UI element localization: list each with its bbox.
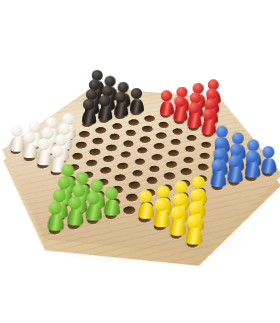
peg-head: [231, 132, 243, 144]
peg-body: [97, 106, 111, 120]
peg-head: [191, 188, 204, 201]
peg-head: [90, 179, 103, 192]
peg-body: [244, 163, 259, 178]
peg-head: [161, 90, 172, 101]
peg-blue[interactable]: [227, 155, 243, 183]
peg-body: [137, 203, 153, 219]
peg-yellow[interactable]: [185, 215, 203, 245]
peg-head: [189, 201, 202, 214]
peg-body: [114, 103, 128, 117]
peg-head: [215, 137, 227, 149]
peg-body: [47, 215, 63, 231]
board-plane: [0, 54, 280, 313]
peg-head: [87, 192, 100, 205]
peg-head: [216, 126, 228, 138]
peg-black[interactable]: [129, 88, 144, 113]
peg-body: [173, 107, 187, 121]
peg-yellow[interactable]: [137, 190, 154, 219]
peg-head: [187, 215, 200, 228]
peg-black[interactable]: [81, 99, 96, 125]
peg-head: [37, 138, 49, 150]
peg-blue[interactable]: [244, 151, 260, 179]
peg-body: [227, 167, 242, 182]
peg-head: [61, 164, 73, 176]
peg-head: [171, 206, 184, 219]
peg-yellow[interactable]: [168, 206, 186, 236]
peg-body: [104, 200, 120, 216]
peg-head: [51, 145, 63, 157]
peg-head: [99, 95, 110, 106]
peg-blue[interactable]: [260, 146, 276, 173]
peg-head: [57, 176, 70, 189]
product-photo-chinese-checkers: [0, 0, 280, 323]
peg-blue[interactable]: [210, 159, 227, 187]
peg-head: [173, 193, 186, 206]
peg-body: [85, 205, 101, 221]
peg-head: [131, 88, 142, 99]
peg-head: [68, 197, 81, 210]
peg-body: [153, 211, 169, 227]
peg-head: [139, 190, 152, 203]
peg-head: [193, 176, 206, 189]
peg-body: [210, 172, 226, 188]
peg-head: [157, 185, 170, 198]
peg-body: [169, 219, 185, 235]
peg-head: [175, 181, 188, 194]
peg-head: [229, 155, 241, 167]
peg-head: [115, 91, 126, 102]
peg-head: [76, 172, 89, 185]
peg-yellow[interactable]: [152, 198, 169, 227]
peg-body: [185, 228, 202, 245]
peg-head: [155, 198, 168, 211]
peg-green[interactable]: [66, 197, 83, 226]
peg-head: [24, 131, 36, 143]
peg-green[interactable]: [103, 187, 120, 216]
peg-body: [130, 99, 144, 113]
peg-body: [66, 210, 82, 226]
peg-body: [159, 101, 173, 115]
peg-head: [246, 151, 258, 163]
peg-black[interactable]: [97, 95, 112, 121]
peg-black[interactable]: [113, 91, 128, 116]
peg-body: [187, 114, 201, 128]
peg-head: [72, 184, 85, 197]
peg-head: [105, 187, 118, 200]
peg-head: [82, 99, 93, 110]
peg-head: [203, 109, 215, 121]
peg-head: [189, 102, 200, 113]
peg-green[interactable]: [47, 202, 64, 231]
peg-body: [81, 110, 95, 124]
board-scene: [0, 0, 280, 323]
peg-head: [49, 202, 62, 215]
peg-head: [212, 159, 224, 171]
peg-head: [174, 96, 185, 107]
peg-green[interactable]: [85, 192, 102, 221]
peg-body: [261, 158, 276, 173]
peg-head: [262, 146, 274, 158]
peg-head: [53, 189, 66, 202]
